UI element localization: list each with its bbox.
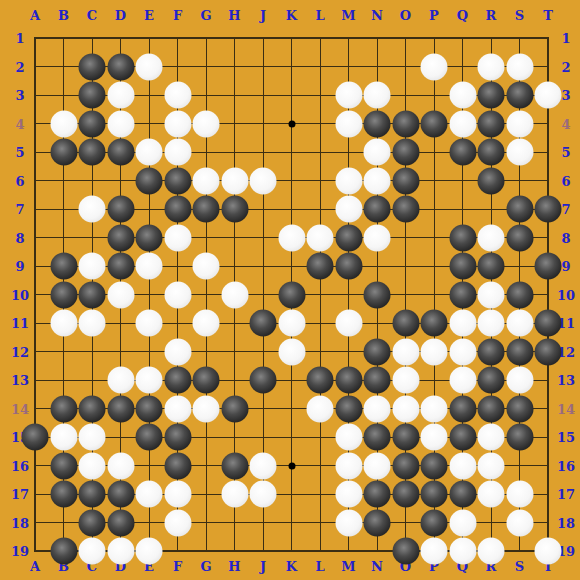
row-label-right: 5: [561, 145, 570, 160]
row-label-left: 12: [11, 344, 29, 359]
row-label-left: 7: [15, 202, 24, 217]
stone-black-D8: [107, 224, 134, 251]
star-point: [288, 462, 295, 469]
stone-white-S4: [506, 110, 533, 137]
stone-white-F17: [164, 481, 191, 508]
stone-black-F7: [164, 196, 191, 223]
stone-black-C18: [79, 509, 106, 536]
stone-white-Q12: [449, 338, 476, 365]
stone-black-L13: [307, 367, 334, 394]
stone-white-S2: [506, 53, 533, 80]
stone-white-Q19: [449, 538, 476, 565]
row-label-left: 17: [11, 487, 29, 502]
stone-white-D4: [107, 110, 134, 137]
column-label-top: J: [260, 8, 266, 23]
column-label-top: G: [200, 8, 211, 23]
stone-black-B17: [50, 481, 77, 508]
stone-black-O5: [392, 139, 419, 166]
stone-black-O7: [392, 196, 419, 223]
column-label-top: T: [543, 8, 553, 23]
stone-black-Q8: [449, 224, 476, 251]
column-label-bottom: G: [200, 559, 211, 574]
stone-black-R14: [478, 395, 505, 422]
stone-black-G7: [193, 196, 220, 223]
stone-white-F14: [164, 395, 191, 422]
column-label-top: F: [173, 8, 182, 23]
stone-black-H14: [221, 395, 248, 422]
grid-line: [547, 37, 549, 552]
stone-black-J13: [250, 367, 277, 394]
stone-white-C16: [79, 452, 106, 479]
stone-white-D13: [107, 367, 134, 394]
stone-black-R6: [478, 167, 505, 194]
grid-line: [320, 37, 321, 552]
row-label-right: 7: [561, 202, 570, 217]
stone-black-F6: [164, 167, 191, 194]
row-label-right: 16: [557, 458, 575, 473]
go-board-screenshot: AABBCCDDEEFFGGHHJJKKLLMMNNOOPPQQRRSSTT11…: [0, 0, 580, 580]
stone-white-Q3: [449, 82, 476, 109]
stone-black-N15: [364, 424, 391, 451]
stone-white-M18: [335, 509, 362, 536]
stone-white-P14: [421, 395, 448, 422]
stone-black-L9: [307, 253, 334, 280]
row-label-left: 19: [11, 544, 29, 559]
stone-black-P16: [421, 452, 448, 479]
stone-black-H16: [221, 452, 248, 479]
stone-white-N6: [364, 167, 391, 194]
stone-white-P12: [421, 338, 448, 365]
column-label-bottom: J: [260, 559, 266, 574]
stone-black-T7: [535, 196, 562, 223]
stone-white-R8: [478, 224, 505, 251]
row-label-right: 9: [561, 259, 570, 274]
stone-white-G11: [193, 310, 220, 337]
stone-white-Q13: [449, 367, 476, 394]
stone-black-C3: [79, 82, 106, 109]
column-label-top: N: [371, 8, 383, 23]
row-label-left: 4: [15, 116, 24, 131]
stone-white-D3: [107, 82, 134, 109]
stone-white-H6: [221, 167, 248, 194]
stone-black-B16: [50, 452, 77, 479]
stone-white-M16: [335, 452, 362, 479]
stone-black-B9: [50, 253, 77, 280]
stone-white-E11: [136, 310, 163, 337]
row-label-left: 13: [11, 373, 29, 388]
stone-white-J17: [250, 481, 277, 508]
stone-white-F5: [164, 139, 191, 166]
stone-white-S17: [506, 481, 533, 508]
stone-black-C17: [79, 481, 106, 508]
row-label-right: 14: [557, 401, 575, 416]
stone-white-P15: [421, 424, 448, 451]
stone-white-N8: [364, 224, 391, 251]
stone-white-L14: [307, 395, 334, 422]
stone-black-Q10: [449, 281, 476, 308]
row-label-left: 9: [15, 259, 24, 274]
stone-black-N18: [364, 509, 391, 536]
stone-black-R3: [478, 82, 505, 109]
stone-white-G14: [193, 395, 220, 422]
stone-white-E5: [136, 139, 163, 166]
stone-black-M14: [335, 395, 362, 422]
column-label-bottom: S: [515, 559, 524, 574]
stone-black-N13: [364, 367, 391, 394]
stone-white-B11: [50, 310, 77, 337]
column-label-bottom: M: [341, 559, 355, 574]
row-label-right: 6: [561, 173, 570, 188]
row-label-left: 11: [11, 316, 29, 331]
stone-black-E8: [136, 224, 163, 251]
row-label-left: 18: [11, 515, 29, 530]
stone-white-N14: [364, 395, 391, 422]
column-label-top: Q: [457, 8, 468, 23]
stone-white-Q11: [449, 310, 476, 337]
stone-white-C9: [79, 253, 106, 280]
stone-white-S18: [506, 509, 533, 536]
stone-black-S8: [506, 224, 533, 251]
stone-white-E19: [136, 538, 163, 565]
stone-white-R17: [478, 481, 505, 508]
stone-white-Q18: [449, 509, 476, 536]
star-point: [288, 120, 295, 127]
stone-white-N3: [364, 82, 391, 109]
stone-black-B10: [50, 281, 77, 308]
stone-white-D19: [107, 538, 134, 565]
column-label-top: C: [87, 8, 97, 23]
stone-black-C2: [79, 53, 106, 80]
stone-black-E6: [136, 167, 163, 194]
stone-white-R19: [478, 538, 505, 565]
row-label-right: 8: [561, 230, 570, 245]
stone-black-O16: [392, 452, 419, 479]
column-label-top: M: [341, 8, 355, 23]
row-label-right: 2: [561, 59, 570, 74]
column-label-top: P: [429, 8, 439, 23]
stone-black-C10: [79, 281, 106, 308]
column-label-bottom: F: [173, 559, 182, 574]
stone-white-G9: [193, 253, 220, 280]
stone-black-R5: [478, 139, 505, 166]
stone-white-N16: [364, 452, 391, 479]
stone-black-Q17: [449, 481, 476, 508]
stone-white-F8: [164, 224, 191, 251]
column-label-top: D: [115, 8, 126, 23]
stone-white-S13: [506, 367, 533, 394]
stone-white-O12: [392, 338, 419, 365]
stone-black-O4: [392, 110, 419, 137]
stone-white-N5: [364, 139, 391, 166]
stone-white-G4: [193, 110, 220, 137]
row-label-right: 3: [561, 88, 570, 103]
stone-white-F12: [164, 338, 191, 365]
row-label-left: 14: [11, 401, 29, 416]
row-label-left: 1: [15, 31, 24, 46]
stone-white-H17: [221, 481, 248, 508]
stone-white-S5: [506, 139, 533, 166]
row-label-right: 15: [557, 430, 575, 445]
stone-black-K10: [278, 281, 305, 308]
stone-white-E9: [136, 253, 163, 280]
stone-white-E17: [136, 481, 163, 508]
stone-black-D17: [107, 481, 134, 508]
row-label-left: 6: [15, 173, 24, 188]
stone-white-J6: [250, 167, 277, 194]
stone-black-C5: [79, 139, 106, 166]
stone-white-M6: [335, 167, 362, 194]
stone-black-D9: [107, 253, 134, 280]
stone-black-S7: [506, 196, 533, 223]
stone-black-F13: [164, 367, 191, 394]
row-label-right: 17: [557, 487, 575, 502]
stone-black-Q14: [449, 395, 476, 422]
stone-black-N4: [364, 110, 391, 137]
stone-black-Q9: [449, 253, 476, 280]
stone-white-K11: [278, 310, 305, 337]
stone-black-T12: [535, 338, 562, 365]
stone-black-M9: [335, 253, 362, 280]
stone-black-O11: [392, 310, 419, 337]
stone-black-D7: [107, 196, 134, 223]
stone-white-M7: [335, 196, 362, 223]
stone-black-O19: [392, 538, 419, 565]
column-label-bottom: L: [315, 559, 324, 574]
column-label-top: S: [515, 8, 524, 23]
row-label-left: 5: [15, 145, 24, 160]
stone-white-S11: [506, 310, 533, 337]
stone-white-K12: [278, 338, 305, 365]
stone-white-R16: [478, 452, 505, 479]
stone-black-G13: [193, 367, 220, 394]
stone-white-C11: [79, 310, 106, 337]
column-label-bottom: K: [286, 559, 297, 574]
stone-black-C4: [79, 110, 106, 137]
stone-black-T11: [535, 310, 562, 337]
stone-black-O15: [392, 424, 419, 451]
stone-white-R2: [478, 53, 505, 80]
stone-white-B15: [50, 424, 77, 451]
stone-black-S12: [506, 338, 533, 365]
stone-black-D5: [107, 139, 134, 166]
stone-black-S15: [506, 424, 533, 451]
stone-white-G6: [193, 167, 220, 194]
stone-white-F4: [164, 110, 191, 137]
stone-black-R12: [478, 338, 505, 365]
column-label-top: H: [228, 8, 240, 23]
stone-white-F3: [164, 82, 191, 109]
stone-white-F10: [164, 281, 191, 308]
row-label-left: 3: [15, 88, 24, 103]
stone-white-O14: [392, 395, 419, 422]
stone-white-C15: [79, 424, 106, 451]
stone-black-H7: [221, 196, 248, 223]
stone-black-B5: [50, 139, 77, 166]
stone-white-O13: [392, 367, 419, 394]
stone-black-T9: [535, 253, 562, 280]
stone-black-P11: [421, 310, 448, 337]
stone-white-R11: [478, 310, 505, 337]
stone-white-P2: [421, 53, 448, 80]
column-label-top: L: [315, 8, 324, 23]
stone-black-N7: [364, 196, 391, 223]
stone-white-M4: [335, 110, 362, 137]
stone-black-N17: [364, 481, 391, 508]
stone-black-P17: [421, 481, 448, 508]
stone-white-T3: [535, 82, 562, 109]
stone-white-T19: [535, 538, 562, 565]
stone-black-R9: [478, 253, 505, 280]
column-label-top: K: [286, 8, 297, 23]
column-label-bottom: A: [30, 559, 40, 574]
stone-white-R10: [478, 281, 505, 308]
stone-black-J11: [250, 310, 277, 337]
stone-black-C14: [79, 395, 106, 422]
stone-black-Q15: [449, 424, 476, 451]
column-label-top: E: [144, 8, 154, 23]
stone-black-F15: [164, 424, 191, 451]
stone-white-D10: [107, 281, 134, 308]
stone-black-D14: [107, 395, 134, 422]
row-label-left: 10: [11, 287, 29, 302]
column-label-top: B: [58, 8, 69, 23]
row-label-right: 1: [561, 31, 570, 46]
stone-black-S3: [506, 82, 533, 109]
stone-white-M3: [335, 82, 362, 109]
stone-white-H10: [221, 281, 248, 308]
stone-white-B4: [50, 110, 77, 137]
stone-black-Q5: [449, 139, 476, 166]
stone-white-Q4: [449, 110, 476, 137]
stone-white-M15: [335, 424, 362, 451]
stone-white-J16: [250, 452, 277, 479]
stone-white-F18: [164, 509, 191, 536]
stone-white-E2: [136, 53, 163, 80]
stone-black-N10: [364, 281, 391, 308]
row-label-right: 4: [561, 116, 570, 131]
stone-black-E15: [136, 424, 163, 451]
stone-black-R13: [478, 367, 505, 394]
stone-white-C19: [79, 538, 106, 565]
stone-white-R15: [478, 424, 505, 451]
stone-black-M13: [335, 367, 362, 394]
stone-black-B14: [50, 395, 77, 422]
stone-black-P18: [421, 509, 448, 536]
row-label-right: 18: [557, 515, 575, 530]
stone-black-O6: [392, 167, 419, 194]
stone-black-D2: [107, 53, 134, 80]
stone-white-Q16: [449, 452, 476, 479]
stone-black-S14: [506, 395, 533, 422]
stone-white-M11: [335, 310, 362, 337]
stone-white-C7: [79, 196, 106, 223]
row-label-right: 13: [557, 373, 575, 388]
stone-white-P19: [421, 538, 448, 565]
stone-black-O17: [392, 481, 419, 508]
stone-white-L8: [307, 224, 334, 251]
stone-black-F16: [164, 452, 191, 479]
stone-black-N12: [364, 338, 391, 365]
stone-black-A15: [22, 424, 49, 451]
stone-white-D16: [107, 452, 134, 479]
stone-black-R4: [478, 110, 505, 137]
column-label-bottom: H: [228, 559, 240, 574]
column-label-top: R: [486, 8, 497, 23]
stone-black-D18: [107, 509, 134, 536]
column-label-top: A: [30, 8, 40, 23]
row-label-left: 2: [15, 59, 24, 74]
column-label-bottom: N: [371, 559, 383, 574]
column-label-top: O: [400, 8, 411, 23]
stone-black-E14: [136, 395, 163, 422]
stone-white-M17: [335, 481, 362, 508]
row-label-right: 10: [557, 287, 575, 302]
stone-black-M8: [335, 224, 362, 251]
stone-black-P4: [421, 110, 448, 137]
stone-white-E13: [136, 367, 163, 394]
row-label-left: 16: [11, 458, 29, 473]
stone-black-B19: [50, 538, 77, 565]
stone-white-K8: [278, 224, 305, 251]
stone-black-S10: [506, 281, 533, 308]
row-label-left: 8: [15, 230, 24, 245]
